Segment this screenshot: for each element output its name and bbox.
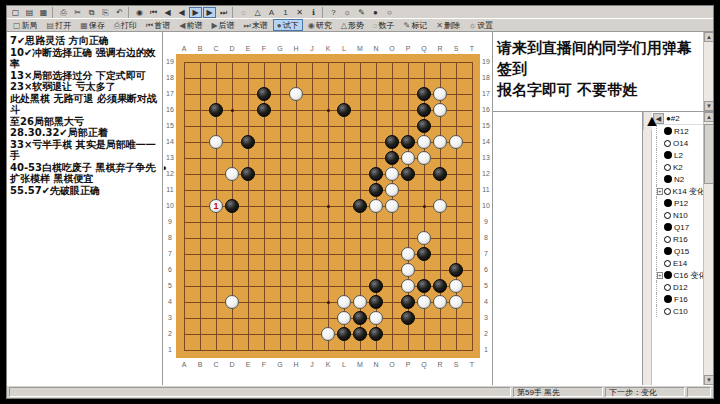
white-stone-P7[interactable] bbox=[401, 247, 415, 261]
annotation-line-7: 33×亏半手棋 其实是局部唯一一手 bbox=[10, 139, 160, 162]
tree-indent-guide bbox=[656, 173, 664, 185]
toolbar-icon-9[interactable]: ⏮ bbox=[147, 7, 160, 18]
tree-node-C16 变化[interactable]: +C16 变化 bbox=[652, 269, 703, 281]
button-glyph-icon: ● bbox=[277, 21, 282, 30]
black-stone-Q7[interactable] bbox=[417, 247, 431, 261]
tree-node-label: C10 bbox=[673, 307, 688, 316]
black-move-icon bbox=[664, 175, 672, 183]
white-stone-O11[interactable] bbox=[385, 183, 399, 197]
toolbar-icon-13[interactable]: ▶ bbox=[203, 7, 216, 18]
tree-indent-guide bbox=[656, 209, 664, 221]
toolbar-button-9[interactable]: ◉研究 bbox=[304, 19, 336, 31]
toolbar-icon-19[interactable]: ✕ bbox=[293, 7, 306, 18]
toolbar-icons: ▢▤▦⎙✂⧉⎘↶◉⏮◀◀▶▶⏭◌△A1✕ℹ?☼✎●○ bbox=[7, 6, 713, 19]
tree-scrollbar-down-icon[interactable]: ▼ bbox=[704, 375, 713, 385]
tree-node-O14[interactable]: O14 bbox=[652, 137, 703, 149]
tree-scrollbar[interactable]: ▲ ▼ bbox=[703, 112, 713, 385]
status-segment bbox=[9, 387, 511, 397]
tree-indent-guide bbox=[656, 245, 664, 257]
star-point bbox=[327, 205, 330, 208]
annotation-line-3: 23×软弱退让 亏太多了 bbox=[10, 81, 160, 93]
comment-panel[interactable]: 请来到直播间的同学们用弹幕签到 报名字即可 不要带姓 ▲ ▼ bbox=[493, 32, 713, 112]
scroll-up-icon[interactable]: ▲ bbox=[704, 32, 713, 42]
white-move-icon bbox=[664, 140, 671, 147]
go-app-window: ▢▤▦⎙✂⧉⎘↶◉⏮◀◀▶▶⏭◌△A1✕ℹ?☼✎●○ ▢新局▤打开▦保存⎙打印⏮… bbox=[6, 5, 714, 399]
black-stone-P12[interactable] bbox=[401, 167, 415, 181]
status-move-number: 第59手 黑先 bbox=[513, 387, 603, 397]
black-stone-N2[interactable] bbox=[369, 327, 383, 341]
white-stone-O12[interactable] bbox=[385, 167, 399, 181]
tree-indent-guide bbox=[656, 257, 664, 269]
button-glyph-icon: ▦ bbox=[80, 21, 88, 30]
tree-indent-guide bbox=[656, 149, 664, 161]
toolbar-button-5[interactable]: ◀前谱 bbox=[175, 19, 206, 31]
tree-node-label: Q15 bbox=[674, 247, 689, 256]
white-stone-L4[interactable] bbox=[337, 295, 351, 309]
toolbar-icon-16[interactable]: △ bbox=[251, 7, 264, 18]
game-tree-panel[interactable]: ◀ ●#2 R12O14L2K2N2+K14 变化P12N10Q17R16Q15… bbox=[652, 112, 703, 385]
toolbar-button-11[interactable]: ◌数子 bbox=[369, 19, 399, 31]
black-move-icon bbox=[664, 199, 672, 207]
toolbar-icon-24[interactable]: ● bbox=[369, 7, 382, 18]
white-stone-R16[interactable] bbox=[433, 103, 447, 117]
black-stone-R12[interactable] bbox=[433, 167, 447, 181]
white-stone-Q13[interactable] bbox=[417, 151, 431, 165]
button-glyph-icon: ⏭ bbox=[244, 21, 251, 30]
tree-node-label: R16 bbox=[673, 235, 688, 244]
tree-expand-icon[interactable]: + bbox=[657, 272, 663, 279]
button-glyph-icon: ☼ bbox=[469, 21, 476, 30]
white-stone-P5[interactable] bbox=[401, 279, 415, 293]
toolbar-separator bbox=[322, 7, 325, 18]
tree-indent-guide bbox=[656, 161, 664, 173]
annotation-line-9: 扩张模样 黑棋便宜 bbox=[10, 173, 160, 185]
star-point bbox=[327, 301, 330, 304]
black-stone-E12[interactable] bbox=[241, 167, 255, 181]
tree-node-label: R12 bbox=[674, 127, 689, 136]
toolbar-button-2[interactable]: ▦保存 bbox=[76, 19, 109, 31]
white-stone-P6[interactable] bbox=[401, 263, 415, 277]
white-stone-Q14[interactable] bbox=[417, 135, 431, 149]
toolbar-button-3[interactable]: ⎙打印 bbox=[110, 19, 141, 31]
black-stone-N11[interactable] bbox=[369, 183, 383, 197]
annotation-line-10: 55.57✔先破眼正确 bbox=[10, 185, 160, 197]
toolbar-button-6[interactable]: ▶后谱 bbox=[207, 19, 238, 31]
tree-node-Q17[interactable]: Q17 bbox=[652, 221, 703, 233]
black-stone-Q5[interactable] bbox=[417, 279, 431, 293]
tree-indent-guide bbox=[656, 137, 664, 149]
tree-splitter[interactable]: ▲ bbox=[643, 112, 652, 385]
black-stone-Q16[interactable] bbox=[417, 103, 431, 117]
tree-node-C10[interactable]: C10 bbox=[652, 305, 703, 317]
star-point bbox=[231, 109, 234, 112]
board-letters-top: ABCDEFGHJKLMNOPQRST bbox=[176, 44, 480, 53]
cursor-icon: ◗ bbox=[162, 162, 171, 174]
tree-node-label: Q17 bbox=[674, 223, 689, 232]
toolbar-icon-4[interactable]: ✂ bbox=[71, 7, 84, 18]
white-stone-S5[interactable] bbox=[449, 279, 463, 293]
annotation-line-6: 28.30.32✔局部正着 bbox=[10, 127, 160, 139]
toolbar-button-13[interactable]: ✕删除 bbox=[432, 19, 464, 31]
toolbar-icon-7[interactable]: ↶ bbox=[113, 7, 126, 18]
black-stone-R5[interactable] bbox=[433, 279, 447, 293]
tree-node-label: C16 变化 bbox=[674, 270, 703, 281]
toolbar-button-14[interactable]: ☼设置 bbox=[465, 19, 497, 31]
tree-header-label: ●#2 bbox=[666, 114, 680, 123]
black-move-icon bbox=[664, 247, 672, 255]
white-stone-H17[interactable] bbox=[289, 87, 303, 101]
tree-node-label: O14 bbox=[673, 139, 688, 148]
toolbar-button-4[interactable]: ⏮首谱 bbox=[142, 19, 174, 31]
white-move-icon bbox=[664, 188, 671, 195]
annotation-line-2: 13×局部选择过分 下定式即可 bbox=[10, 70, 160, 82]
star-point bbox=[423, 205, 426, 208]
black-stone-N5[interactable] bbox=[369, 279, 383, 293]
white-move-icon bbox=[664, 308, 671, 315]
toolbar-button-0[interactable]: ▢新局 bbox=[9, 19, 42, 31]
toolbar-icon-1[interactable]: ▤ bbox=[23, 7, 36, 18]
board-numbers-left: 19181716151413121110987654321 bbox=[164, 54, 176, 358]
black-stone-N4[interactable] bbox=[369, 295, 383, 309]
tree-indent-guide bbox=[656, 221, 664, 233]
tree-node-E14[interactable]: E14 bbox=[652, 257, 703, 269]
scroll-down-icon[interactable]: ▼ bbox=[704, 101, 713, 111]
toolbar-separator bbox=[52, 7, 55, 18]
tree-node-K14 变化[interactable]: +K14 变化 bbox=[652, 185, 703, 197]
black-stone-P3[interactable] bbox=[401, 311, 415, 325]
comment-scrollbar[interactable]: ▲ ▼ bbox=[703, 32, 713, 111]
button-glyph-icon: ▢ bbox=[13, 21, 21, 30]
white-stone-L3[interactable] bbox=[337, 311, 351, 325]
toolbar-buttons: ▢新局▤打开▦保存⎙打印⏮首谱◀前谱▶后谱⏭末谱●试下◉研究△形势◌数子✎标记✕… bbox=[7, 19, 713, 32]
black-stone-F17[interactable] bbox=[257, 87, 271, 101]
toolbar-icon-8[interactable]: ◉ bbox=[133, 7, 146, 18]
toolbar-icon-25[interactable]: ○ bbox=[383, 7, 396, 18]
tree-node-label: F16 bbox=[674, 295, 688, 304]
annotation-line-8: 40-53白棋吃废子 黑棋弃子争先 bbox=[10, 162, 160, 174]
toolbar-icon-0[interactable]: ▢ bbox=[9, 7, 22, 18]
toolbar-icon-21[interactable]: ? bbox=[327, 7, 340, 18]
tree-scroll-up-icon[interactable]: ▲ bbox=[643, 112, 652, 130]
white-stone-K2[interactable] bbox=[321, 327, 335, 341]
toolbar-icon-5[interactable]: ⧉ bbox=[85, 7, 98, 18]
white-stone-R10[interactable] bbox=[433, 199, 447, 213]
black-stone-F16[interactable] bbox=[257, 103, 271, 117]
white-move-icon bbox=[664, 260, 671, 267]
white-stone-N10[interactable] bbox=[369, 199, 383, 213]
black-stone-O13[interactable] bbox=[385, 151, 399, 165]
button-glyph-icon: ⏮ bbox=[146, 21, 153, 30]
annotation-line-0: 7✔思路灵活 方向正确 bbox=[10, 35, 160, 47]
black-stone-Q15[interactable] bbox=[417, 119, 431, 133]
black-stone-P4[interactable] bbox=[401, 295, 415, 309]
toolbar-icon-15[interactable]: ◌ bbox=[237, 7, 250, 18]
button-glyph-icon: ▤ bbox=[47, 21, 55, 30]
toolbar-icon-11[interactable]: ◀ bbox=[175, 7, 188, 18]
tree-node-K2[interactable]: K2 bbox=[652, 161, 703, 173]
button-glyph-icon: ✎ bbox=[404, 21, 411, 30]
black-stone-L2[interactable] bbox=[337, 327, 351, 341]
annotation-line-5: 至26局部黑大亏 bbox=[10, 116, 160, 128]
white-stone-S14[interactable] bbox=[449, 135, 463, 149]
toolbar-button-8[interactable]: ●试下 bbox=[273, 19, 303, 31]
star-point bbox=[327, 109, 330, 112]
comment-line1: 请来到直播间的同学们用弹幕签到 bbox=[497, 38, 701, 80]
toolbar-icon-22[interactable]: ☼ bbox=[341, 7, 354, 18]
white-stone-O10[interactable] bbox=[385, 199, 399, 213]
tree-node-N2[interactable]: N2 bbox=[652, 173, 703, 185]
tree-node-label: N2 bbox=[674, 175, 684, 184]
white-stone-R4[interactable] bbox=[433, 295, 447, 309]
black-stone-L16[interactable] bbox=[337, 103, 351, 117]
button-glyph-icon: △ bbox=[341, 21, 347, 30]
black-stone-E14[interactable] bbox=[241, 135, 255, 149]
toolbar-button-1[interactable]: ▤打开 bbox=[43, 19, 76, 31]
tree-indent-guide bbox=[656, 293, 664, 305]
tree-node-label: D12 bbox=[673, 283, 688, 292]
white-stone-Q4[interactable] bbox=[417, 295, 431, 309]
tree-scrollbar-up-icon[interactable]: ▲ bbox=[704, 112, 713, 122]
white-stone-R14[interactable] bbox=[433, 135, 447, 149]
board-panel: ABCDEFGHJKLMNOPQRST 19181716151413121110… bbox=[163, 32, 493, 385]
status-next-move: 下一步：变化 bbox=[605, 387, 685, 397]
toolbar-icon-3[interactable]: ⎙ bbox=[57, 7, 70, 18]
annotation-line-4: 此处黑棋 无路可退 必须果断对战斗 bbox=[10, 93, 160, 116]
white-move-icon bbox=[664, 164, 671, 171]
toolbar-icon-18[interactable]: 1 bbox=[279, 7, 292, 18]
black-stone-Q17[interactable] bbox=[417, 87, 431, 101]
move-number-mark: 1 bbox=[210, 200, 222, 212]
toolbar-separator bbox=[128, 7, 131, 18]
tree-node-label: P12 bbox=[674, 199, 688, 208]
black-stone-M3[interactable] bbox=[353, 311, 367, 325]
white-stone-C14[interactable] bbox=[209, 135, 223, 149]
black-move-icon bbox=[664, 271, 672, 279]
board-numbers-right: 19181716151413121110987654321 bbox=[480, 54, 492, 358]
white-move-icon bbox=[664, 212, 671, 219]
black-stone-D10[interactable] bbox=[225, 199, 239, 213]
tree-node-D12[interactable]: D12 bbox=[652, 281, 703, 293]
toolbar-icon-14[interactable]: ⏭ bbox=[217, 7, 230, 18]
toolbar-button-12[interactable]: ✎标记 bbox=[400, 19, 432, 31]
tree-node-label: K2 bbox=[673, 163, 683, 172]
tree-node-Q15[interactable]: Q15 bbox=[652, 245, 703, 257]
button-glyph-icon: ⎙ bbox=[114, 21, 120, 30]
black-stone-S6[interactable] bbox=[449, 263, 463, 277]
toolbar-icon-17[interactable]: A bbox=[265, 7, 278, 18]
toolbar-icon-23[interactable]: ✎ bbox=[355, 7, 368, 18]
button-glyph-icon: ✕ bbox=[436, 21, 443, 30]
button-glyph-icon: ◀ bbox=[179, 21, 185, 30]
tree-node-F16[interactable]: F16 bbox=[652, 293, 703, 305]
toolbar-icon-2[interactable]: ▦ bbox=[37, 7, 50, 18]
tree-node-N10[interactable]: N10 bbox=[652, 209, 703, 221]
toolbar-icon-6[interactable]: ⎘ bbox=[99, 7, 112, 18]
tree-scrollbar-thumb[interactable] bbox=[704, 124, 713, 184]
toolbar-icon-10[interactable]: ◀ bbox=[161, 7, 174, 18]
black-stone-N12[interactable] bbox=[369, 167, 383, 181]
tree-node-label: K14 变化 bbox=[673, 186, 703, 197]
toolbar-button-10[interactable]: △形势 bbox=[337, 19, 368, 31]
empty-panel bbox=[493, 112, 643, 385]
tree-node-R16[interactable]: R16 bbox=[652, 233, 703, 245]
tree-node-L2[interactable]: L2 bbox=[652, 149, 703, 161]
tree-indent-guide bbox=[656, 233, 664, 245]
go-board[interactable]: 1 bbox=[176, 54, 480, 358]
white-stone-C10[interactable]: 1 bbox=[209, 199, 223, 213]
black-move-icon bbox=[664, 223, 672, 231]
white-stone-R17[interactable] bbox=[433, 87, 447, 101]
black-move-icon bbox=[664, 295, 672, 303]
black-stone-C16[interactable] bbox=[209, 103, 223, 117]
tree-node-label: N10 bbox=[673, 211, 688, 220]
status-bar: 第59手 黑先 下一步：变化 bbox=[7, 385, 713, 398]
tree-node-label: L2 bbox=[674, 151, 683, 160]
toolbar-icon-20[interactable]: ℹ bbox=[307, 7, 320, 18]
white-stone-S4[interactable] bbox=[449, 295, 463, 309]
black-move-icon bbox=[664, 127, 672, 135]
white-stone-D12[interactable] bbox=[225, 167, 239, 181]
white-move-icon bbox=[664, 284, 671, 291]
tree-expand-icon[interactable]: + bbox=[657, 188, 663, 195]
white-stone-M4[interactable] bbox=[353, 295, 367, 309]
annotation-line-1: 10✔冲断选择正确 强调右边的效率 bbox=[10, 47, 160, 70]
tree-indent-guide bbox=[656, 197, 664, 209]
button-glyph-icon: ▶ bbox=[211, 21, 217, 30]
black-stone-P14[interactable] bbox=[401, 135, 415, 149]
button-glyph-icon: ◉ bbox=[308, 21, 315, 30]
tree-indent-guide bbox=[656, 305, 664, 317]
toolbar-button-7[interactable]: ⏭末谱 bbox=[240, 19, 272, 31]
white-stone-Q8[interactable] bbox=[417, 231, 431, 245]
white-stone-P13[interactable] bbox=[401, 151, 415, 165]
black-stone-M10[interactable] bbox=[353, 199, 367, 213]
status-resize-grip bbox=[687, 387, 711, 397]
button-glyph-icon: ◌ bbox=[373, 21, 378, 30]
toolbar-separator bbox=[232, 7, 235, 18]
white-stone-N3[interactable] bbox=[369, 311, 383, 325]
white-stone-D4[interactable] bbox=[225, 295, 239, 309]
black-stone-O14[interactable] bbox=[385, 135, 399, 149]
toolbar-icon-12[interactable]: ▶ bbox=[189, 7, 202, 18]
black-move-icon bbox=[664, 151, 672, 159]
white-move-icon bbox=[664, 236, 671, 243]
tree-indent-guide bbox=[656, 281, 664, 293]
tree-node-label: E14 bbox=[673, 259, 687, 268]
tree-node-P12[interactable]: P12 bbox=[652, 197, 703, 209]
board-letters-bottom: ABCDEFGHJKLMNOPQRST bbox=[176, 360, 480, 369]
black-stone-M2[interactable] bbox=[353, 327, 367, 341]
comment-line2: 报名字即可 不要带姓 bbox=[497, 80, 701, 101]
annotation-panel[interactable]: 7✔思路灵活 方向正确10✔冲断选择正确 强调右边的效率13×局部选择过分 下定… bbox=[7, 32, 163, 385]
